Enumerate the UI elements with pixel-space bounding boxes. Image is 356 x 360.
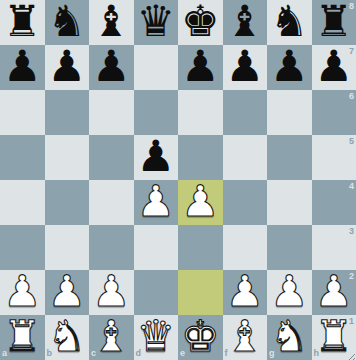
piece-white-queen[interactable]: ♛ — [136, 315, 175, 359]
square-h3[interactable]: 3 — [312, 225, 356, 270]
square-e4[interactable]: ♟ — [178, 180, 223, 225]
piece-white-bishop[interactable]: ♝ — [225, 315, 264, 359]
piece-white-pawn[interactable]: ♟ — [181, 180, 220, 224]
square-f6[interactable] — [223, 90, 268, 135]
piece-white-pawn[interactable]: ♟ — [270, 270, 309, 314]
board-resize-handle[interactable] — [344, 348, 356, 360]
piece-black-pawn[interactable]: ♟ — [314, 45, 353, 89]
square-h6[interactable]: 6 — [312, 90, 356, 135]
square-a2[interactable]: ♟ — [0, 270, 45, 315]
piece-white-pawn[interactable]: ♟ — [314, 270, 353, 314]
square-g7[interactable]: ♟ — [267, 45, 312, 90]
square-e5[interactable] — [178, 135, 223, 180]
square-g8[interactable]: ♞ — [267, 0, 312, 45]
piece-black-bishop[interactable]: ♝ — [225, 0, 264, 44]
piece-black-pawn[interactable]: ♟ — [136, 135, 175, 179]
square-g2[interactable]: ♟ — [267, 270, 312, 315]
piece-black-pawn[interactable]: ♟ — [181, 45, 220, 89]
square-b5[interactable] — [45, 135, 90, 180]
square-h2[interactable]: ♟2 — [312, 270, 356, 315]
square-b4[interactable] — [45, 180, 90, 225]
square-d5[interactable]: ♟ — [134, 135, 179, 180]
piece-white-pawn[interactable]: ♟ — [136, 180, 175, 224]
square-d8[interactable]: ♛ — [134, 0, 179, 45]
square-e6[interactable] — [178, 90, 223, 135]
square-d6[interactable] — [134, 90, 179, 135]
square-b2[interactable]: ♟ — [45, 270, 90, 315]
piece-black-bishop[interactable]: ♝ — [92, 0, 131, 44]
square-e8[interactable]: ♚ — [178, 0, 223, 45]
piece-black-pawn[interactable]: ♟ — [225, 45, 264, 89]
square-f7[interactable]: ♟ — [223, 45, 268, 90]
piece-black-queen[interactable]: ♛ — [136, 0, 175, 44]
square-g1[interactable]: ♞g — [267, 315, 312, 360]
square-f1[interactable]: ♝f — [223, 315, 268, 360]
square-c6[interactable] — [89, 90, 134, 135]
piece-white-king[interactable]: ♚ — [181, 315, 220, 359]
piece-white-rook[interactable]: ♜ — [3, 315, 42, 359]
piece-black-king[interactable]: ♚ — [181, 0, 220, 44]
square-e2[interactable] — [178, 270, 223, 315]
piece-black-knight[interactable]: ♞ — [47, 0, 86, 44]
square-c2[interactable]: ♟ — [89, 270, 134, 315]
rank-label-4: 4 — [349, 182, 354, 191]
square-b7[interactable]: ♟ — [45, 45, 90, 90]
square-c4[interactable] — [89, 180, 134, 225]
square-a8[interactable]: ♜ — [0, 0, 45, 45]
piece-white-pawn[interactable]: ♟ — [47, 270, 86, 314]
piece-white-bishop[interactable]: ♝ — [92, 315, 131, 359]
piece-black-pawn[interactable]: ♟ — [92, 45, 131, 89]
square-f2[interactable]: ♟ — [223, 270, 268, 315]
square-d1[interactable]: ♛d — [134, 315, 179, 360]
square-f4[interactable] — [223, 180, 268, 225]
rank-label-3: 3 — [349, 227, 354, 236]
square-f5[interactable] — [223, 135, 268, 180]
square-h7[interactable]: ♟7 — [312, 45, 356, 90]
square-c3[interactable] — [89, 225, 134, 270]
chess-board-container: ♜♞♝♛♚♝♞♜8♟♟♟♟♟♟♟76♟5♟♟43♟♟♟♟♟♟2♜a♞b♝c♛d♚… — [0, 0, 356, 360]
square-e7[interactable]: ♟ — [178, 45, 223, 90]
square-e1[interactable]: ♚e — [178, 315, 223, 360]
square-a6[interactable] — [0, 90, 45, 135]
square-a7[interactable]: ♟ — [0, 45, 45, 90]
square-d7[interactable] — [134, 45, 179, 90]
piece-white-pawn[interactable]: ♟ — [225, 270, 264, 314]
piece-black-pawn[interactable]: ♟ — [47, 45, 86, 89]
square-c1[interactable]: ♝c — [89, 315, 134, 360]
piece-black-knight[interactable]: ♞ — [270, 0, 309, 44]
square-e3[interactable] — [178, 225, 223, 270]
square-d2[interactable] — [134, 270, 179, 315]
piece-white-knight[interactable]: ♞ — [270, 315, 309, 359]
square-b6[interactable] — [45, 90, 90, 135]
square-b3[interactable] — [45, 225, 90, 270]
square-a5[interactable] — [0, 135, 45, 180]
piece-black-rook[interactable]: ♜ — [3, 0, 42, 44]
square-g3[interactable] — [267, 225, 312, 270]
square-d4[interactable]: ♟ — [134, 180, 179, 225]
square-g5[interactable] — [267, 135, 312, 180]
square-h8[interactable]: ♜8 — [312, 0, 356, 45]
rank-label-6: 6 — [349, 92, 354, 101]
square-h5[interactable]: 5 — [312, 135, 356, 180]
square-a1[interactable]: ♜a — [0, 315, 45, 360]
square-d3[interactable] — [134, 225, 179, 270]
piece-white-pawn[interactable]: ♟ — [92, 270, 131, 314]
square-a3[interactable] — [0, 225, 45, 270]
square-c5[interactable] — [89, 135, 134, 180]
square-c8[interactable]: ♝ — [89, 0, 134, 45]
square-f3[interactable] — [223, 225, 268, 270]
square-b1[interactable]: ♞b — [45, 315, 90, 360]
square-f8[interactable]: ♝ — [223, 0, 268, 45]
piece-black-pawn[interactable]: ♟ — [270, 45, 309, 89]
resize-grip-icon — [344, 351, 356, 360]
chess-board: ♜♞♝♛♚♝♞♜8♟♟♟♟♟♟♟76♟5♟♟43♟♟♟♟♟♟2♜a♞b♝c♛d♚… — [0, 0, 356, 360]
piece-black-rook[interactable]: ♜ — [314, 0, 353, 44]
square-a4[interactable] — [0, 180, 45, 225]
piece-white-pawn[interactable]: ♟ — [3, 270, 42, 314]
square-g4[interactable] — [267, 180, 312, 225]
square-b8[interactable]: ♞ — [45, 0, 90, 45]
square-g6[interactable] — [267, 90, 312, 135]
rank-label-5: 5 — [349, 137, 354, 146]
square-c7[interactable]: ♟ — [89, 45, 134, 90]
square-h4[interactable]: 4 — [312, 180, 356, 225]
piece-black-pawn[interactable]: ♟ — [3, 45, 42, 89]
piece-white-knight[interactable]: ♞ — [47, 315, 86, 359]
